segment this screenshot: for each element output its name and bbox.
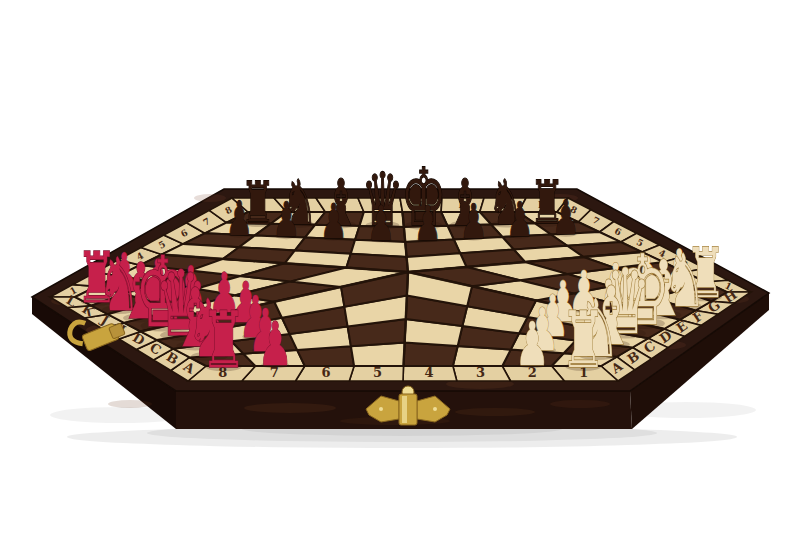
front-clasp-screw [433, 407, 437, 411]
coord-label-bottom: 5 [373, 365, 382, 380]
front-clasp-hasp [399, 394, 417, 425]
dark-pawn: ♟ [460, 194, 488, 249]
side-wood-streak [108, 400, 152, 408]
dark-pawn: ♟ [367, 195, 395, 252]
dark-pawn: ♟ [225, 191, 253, 246]
red-rook: ♜ [201, 294, 246, 384]
front-clasp-highlight [402, 396, 407, 423]
dark-pawn: ♟ [414, 194, 442, 251]
natural-rook: ♜ [561, 294, 606, 384]
rim-mottle [194, 194, 226, 202]
dark-pawn: ♟ [273, 192, 301, 247]
front-clasp-screw [379, 407, 383, 411]
coord-label-bottom: 3 [476, 365, 485, 380]
dark-pawn: ♟ [552, 190, 580, 245]
dark-pawn: ♟ [506, 192, 534, 247]
coord-label-bottom: 6 [321, 365, 330, 380]
coord-label-bottom: 4 [424, 365, 433, 380]
red-pawn: ♟ [258, 309, 293, 379]
dark-pawn: ♟ [320, 194, 348, 250]
three-player-chess-photo: 12345678ABCDEFGH87654321HGFEDCBA12345678… [0, 0, 800, 533]
chess-board-svg: 12345678ABCDEFGH87654321HGFEDCBA12345678… [0, 0, 800, 533]
side-wood-streak [244, 403, 336, 413]
side-wood-streak [455, 408, 535, 416]
natural-pawn: ♟ [515, 309, 550, 379]
side-wood-streak [550, 400, 610, 408]
